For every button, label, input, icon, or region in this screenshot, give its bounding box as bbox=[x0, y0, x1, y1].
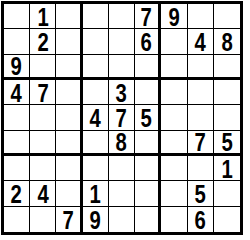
cell-r6c5[interactable]: 8 bbox=[109, 131, 135, 156]
given-digit: 9 bbox=[168, 4, 179, 29]
cell-r8c3[interactable] bbox=[56, 181, 82, 206]
given-digit: 1 bbox=[37, 4, 48, 29]
cell-r5c7[interactable] bbox=[161, 105, 187, 130]
cell-r9c3[interactable]: 7 bbox=[56, 207, 82, 232]
cell-r4c7[interactable] bbox=[161, 80, 187, 105]
cell-r7c8[interactable] bbox=[188, 156, 214, 181]
cell-r2c5[interactable] bbox=[109, 29, 135, 54]
given-digit: 9 bbox=[11, 55, 22, 80]
cell-r6c6[interactable] bbox=[135, 131, 161, 156]
given-digit: 8 bbox=[116, 131, 127, 156]
cell-r3c8[interactable] bbox=[188, 55, 214, 80]
given-digit: 5 bbox=[195, 181, 206, 206]
cell-r5c2[interactable] bbox=[30, 105, 56, 130]
cell-r3c4[interactable] bbox=[83, 55, 109, 80]
cell-r2c8[interactable]: 4 bbox=[188, 29, 214, 54]
cell-r5c9[interactable] bbox=[214, 105, 240, 130]
given-digit: 5 bbox=[141, 105, 152, 130]
given-digit: 6 bbox=[141, 29, 152, 54]
given-digit: 5 bbox=[221, 131, 232, 156]
cell-r5c5[interactable]: 7 bbox=[109, 105, 135, 130]
cell-r9c4[interactable]: 9 bbox=[83, 207, 109, 232]
cell-r3c2[interactable] bbox=[30, 55, 56, 80]
given-digit: 1 bbox=[90, 181, 101, 206]
cell-r3c7[interactable] bbox=[161, 55, 187, 80]
cell-r1c8[interactable] bbox=[188, 4, 214, 29]
cell-r3c9[interactable] bbox=[214, 55, 240, 80]
cell-r6c3[interactable] bbox=[56, 131, 82, 156]
cell-r8c7[interactable] bbox=[161, 181, 187, 206]
cell-r7c9[interactable]: 1 bbox=[214, 156, 240, 181]
cell-r9c7[interactable] bbox=[161, 207, 187, 232]
cell-r1c3[interactable] bbox=[56, 4, 82, 29]
cell-r9c5[interactable] bbox=[109, 207, 135, 232]
cell-r2c2[interactable]: 2 bbox=[30, 29, 56, 54]
given-digit: 4 bbox=[195, 29, 206, 54]
cell-r4c2[interactable]: 7 bbox=[30, 80, 56, 105]
cell-r4c1[interactable]: 4 bbox=[4, 80, 30, 105]
cell-r5c3[interactable] bbox=[56, 105, 82, 130]
cell-r4c8[interactable] bbox=[188, 80, 214, 105]
cell-r9c8[interactable]: 6 bbox=[188, 207, 214, 232]
cell-r2c3[interactable] bbox=[56, 29, 82, 54]
given-digit: 7 bbox=[37, 80, 48, 105]
cell-r1c4[interactable] bbox=[83, 4, 109, 29]
cell-r3c5[interactable] bbox=[109, 55, 135, 80]
cell-r8c9[interactable] bbox=[214, 181, 240, 206]
given-digit: 6 bbox=[195, 207, 206, 232]
cell-r6c2[interactable] bbox=[30, 131, 56, 156]
cell-r1c9[interactable] bbox=[214, 4, 240, 29]
cell-r6c1[interactable] bbox=[4, 131, 30, 156]
given-digit: 9 bbox=[90, 207, 101, 232]
cell-r7c4[interactable] bbox=[83, 156, 109, 181]
cell-r1c5[interactable] bbox=[109, 4, 135, 29]
given-digit: 7 bbox=[195, 131, 206, 156]
cell-r3c6[interactable] bbox=[135, 55, 161, 80]
cell-r2c7[interactable] bbox=[161, 29, 187, 54]
cell-r4c4[interactable] bbox=[83, 80, 109, 105]
cell-r8c5[interactable] bbox=[109, 181, 135, 206]
cell-r6c7[interactable] bbox=[161, 131, 187, 156]
cell-r8c2[interactable]: 4 bbox=[30, 181, 56, 206]
cell-r2c4[interactable] bbox=[83, 29, 109, 54]
given-digit: 2 bbox=[37, 29, 48, 54]
cell-r9c2[interactable] bbox=[30, 207, 56, 232]
cell-r5c6[interactable]: 5 bbox=[135, 105, 161, 130]
cell-r4c5[interactable]: 3 bbox=[109, 80, 135, 105]
cell-r4c3[interactable] bbox=[56, 80, 82, 105]
cell-r2c1[interactable] bbox=[4, 29, 30, 54]
cell-r2c9[interactable]: 8 bbox=[214, 29, 240, 54]
cell-r1c2[interactable]: 1 bbox=[30, 4, 56, 29]
cell-r8c8[interactable]: 5 bbox=[188, 181, 214, 206]
cell-r7c3[interactable] bbox=[56, 156, 82, 181]
cell-r4c9[interactable] bbox=[214, 80, 240, 105]
cell-r5c4[interactable]: 4 bbox=[83, 105, 109, 130]
cell-r9c6[interactable] bbox=[135, 207, 161, 232]
cell-r7c2[interactable] bbox=[30, 156, 56, 181]
cell-r4c6[interactable] bbox=[135, 80, 161, 105]
given-digit: 7 bbox=[62, 207, 73, 232]
cell-r5c8[interactable] bbox=[188, 105, 214, 130]
cell-r1c6[interactable]: 7 bbox=[135, 4, 161, 29]
given-digit: 7 bbox=[116, 105, 127, 130]
cell-r9c1[interactable] bbox=[4, 207, 30, 232]
cell-r7c7[interactable] bbox=[161, 156, 187, 181]
cell-r6c9[interactable]: 5 bbox=[214, 131, 240, 156]
cell-r1c1[interactable] bbox=[4, 4, 30, 29]
given-digit: 2 bbox=[11, 181, 22, 206]
given-digit: 8 bbox=[221, 29, 232, 54]
cell-r1c7[interactable]: 9 bbox=[161, 4, 187, 29]
cell-r5c1[interactable] bbox=[4, 105, 30, 130]
given-digit: 3 bbox=[116, 80, 127, 105]
cell-r7c1[interactable] bbox=[4, 156, 30, 181]
cell-r8c6[interactable] bbox=[135, 181, 161, 206]
cell-r8c1[interactable]: 2 bbox=[4, 181, 30, 206]
cell-r6c4[interactable] bbox=[83, 131, 109, 156]
cell-r3c1[interactable]: 9 bbox=[4, 55, 30, 80]
given-digit: 4 bbox=[37, 181, 48, 206]
cell-r8c4[interactable]: 1 bbox=[83, 181, 109, 206]
cell-r6c8[interactable]: 7 bbox=[188, 131, 214, 156]
given-digit: 4 bbox=[90, 105, 101, 130]
given-digit: 7 bbox=[141, 4, 152, 29]
given-digit: 4 bbox=[11, 80, 22, 105]
cell-r7c5[interactable] bbox=[109, 156, 135, 181]
cell-r9c9[interactable] bbox=[214, 207, 240, 232]
cell-r7c6[interactable] bbox=[135, 156, 161, 181]
sudoku-board: 1792648947347587512415796 bbox=[1, 1, 243, 235]
cell-r3c3[interactable] bbox=[56, 55, 82, 80]
given-digit: 1 bbox=[221, 156, 232, 181]
cell-r2c6[interactable]: 6 bbox=[135, 29, 161, 54]
